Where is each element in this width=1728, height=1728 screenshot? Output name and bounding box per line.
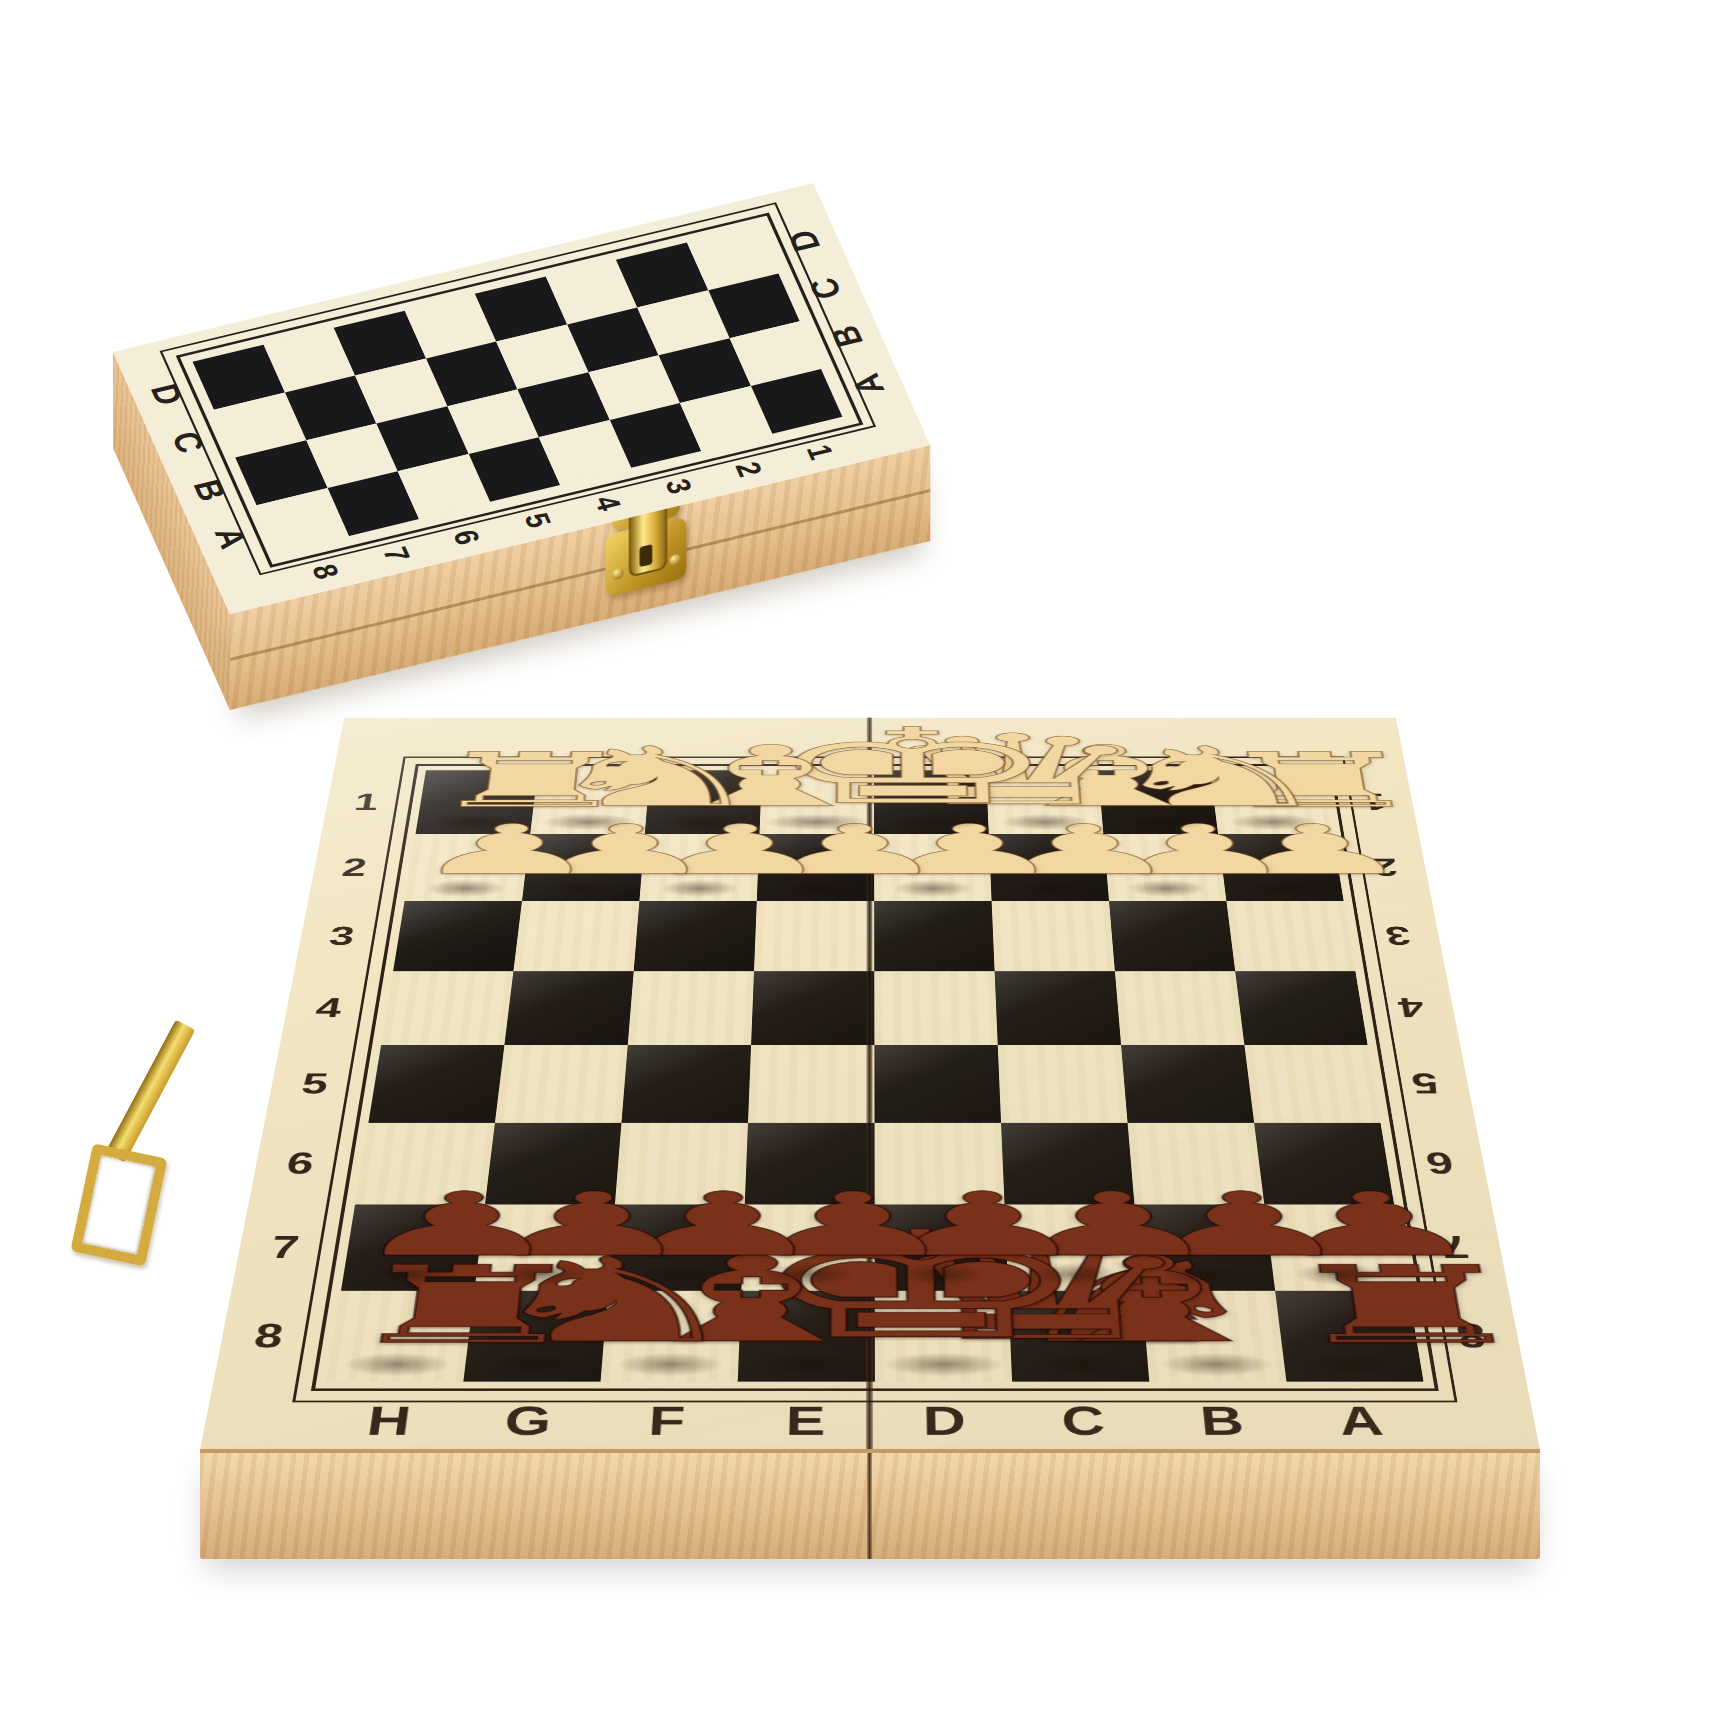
board-face: 1122334455667788HGFEDCBA ♜♞♝♛♚♝♞♜♟♟♟♟♟♟♟… <box>200 718 1540 1450</box>
square-e3[interactable] <box>754 901 874 971</box>
piece-white-rook-h1[interactable]: ♜ <box>418 745 541 817</box>
rank-label-left-1: 1 <box>328 770 404 834</box>
square-e4[interactable] <box>751 971 874 1045</box>
board-front-edge <box>200 1449 1540 1559</box>
square-d5[interactable] <box>874 1045 1001 1123</box>
square-d4[interactable] <box>874 971 997 1045</box>
rank-label-left-8: 8 <box>221 1291 315 1382</box>
square-e5[interactable] <box>748 1045 875 1123</box>
square-c4[interactable] <box>995 971 1121 1045</box>
piece-white-knight-g1[interactable]: ♞ <box>532 738 652 817</box>
rank-label-left-6: 6 <box>256 1123 344 1205</box>
square-a3[interactable] <box>1226 901 1355 971</box>
file-label-D: D <box>875 1394 1015 1449</box>
piece-cell-h2: ♟ <box>405 834 531 901</box>
rank-label-right-4: 4 <box>1370 971 1453 1045</box>
piece-white-pawn-h2[interactable]: ♟ <box>408 817 533 882</box>
file-label-B: B <box>1150 1394 1295 1449</box>
piece-black-rook-h8[interactable]: ♜ <box>330 1255 479 1357</box>
rank-label-left-5: 5 <box>272 1045 358 1123</box>
clasp-bar <box>105 1020 195 1163</box>
square-b5[interactable] <box>1121 1045 1254 1123</box>
file-label-G: G <box>455 1394 599 1449</box>
clasp-loop <box>70 1143 167 1266</box>
square-h3[interactable] <box>393 901 522 971</box>
file-label-A: A <box>1288 1394 1435 1449</box>
rank-label-right-3: 3 <box>1358 901 1439 971</box>
square-b3[interactable] <box>1109 901 1235 971</box>
piece-cell-g8: ♞ <box>463 1291 608 1382</box>
piece-white-queen-d1[interactable]: ♛ <box>874 724 988 816</box>
rank-label-left-4: 4 <box>287 971 370 1045</box>
square-f5[interactable] <box>621 1045 751 1123</box>
square-b4[interactable] <box>1115 971 1245 1045</box>
product-photo-canvas: DDCCBBAA87654321 1122334455667788HGFEDCB… <box>0 0 1728 1728</box>
square-h5[interactable] <box>368 1045 504 1123</box>
file-label-H: H <box>315 1394 462 1449</box>
square-a4[interactable] <box>1235 971 1368 1045</box>
rank-label-left-3: 3 <box>301 901 382 971</box>
piece-black-queen-d8[interactable]: ♛ <box>875 1225 1011 1356</box>
square-g3[interactable] <box>513 901 639 971</box>
rank-label-right-5: 5 <box>1383 1045 1469 1123</box>
square-g4[interactable] <box>504 971 633 1045</box>
open-board-scene: 1122334455667788HGFEDCBA ♜♞♝♛♚♝♞♜♟♟♟♟♟♟♟… <box>200 110 1540 1450</box>
file-label-F: F <box>595 1394 737 1449</box>
file-label-E: E <box>735 1394 875 1449</box>
square-g5[interactable] <box>495 1045 628 1123</box>
rank-label-left-2: 2 <box>315 834 394 901</box>
square-c5[interactable] <box>998 1045 1128 1123</box>
piece-cell-h8: ♜ <box>326 1291 474 1382</box>
file-label-C: C <box>1013 1394 1155 1449</box>
board-side-clasp[interactable] <box>62 1006 219 1264</box>
square-a5[interactable] <box>1244 1045 1380 1123</box>
rank-label-left-7: 7 <box>239 1204 330 1290</box>
square-c3[interactable] <box>992 901 1115 971</box>
piece-black-knight-g8[interactable]: ♞ <box>466 1245 611 1357</box>
piece-cell-d8: ♛ <box>875 1291 1012 1382</box>
square-f4[interactable] <box>628 971 754 1045</box>
square-d3[interactable] <box>874 901 994 971</box>
front-edge-hinge-gap <box>867 1453 872 1559</box>
square-h4[interactable] <box>381 971 513 1045</box>
square-f3[interactable] <box>634 901 757 971</box>
